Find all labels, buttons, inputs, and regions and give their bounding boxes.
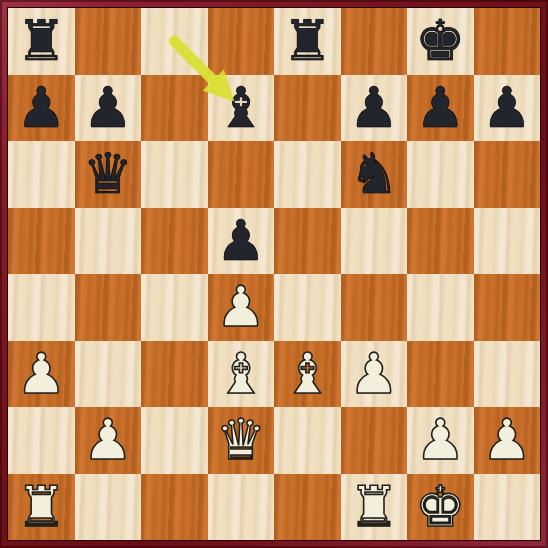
square-f5[interactable] [341, 208, 408, 275]
square-a7[interactable]: ♟ [8, 75, 75, 142]
square-e2[interactable] [274, 407, 341, 474]
chess-board[interactable]: ♜♜♚♟♟♝♟♟♟♛♞♟♟♟♝♝♟♟♛♟♟♜♜♚ [8, 8, 540, 540]
board-frame: ♜♜♚♟♟♝♟♟♟♛♞♟♟♟♝♝♟♟♛♟♟♜♜♚ [0, 0, 548, 548]
black-knight-f6[interactable]: ♞ [341, 141, 408, 208]
white-pawn-g2[interactable]: ♟ [407, 407, 474, 474]
black-rook-e8[interactable]: ♜ [274, 8, 341, 75]
square-h4[interactable] [474, 274, 541, 341]
square-d7[interactable]: ♝ [208, 75, 275, 142]
square-d8[interactable] [208, 8, 275, 75]
square-b7[interactable]: ♟ [75, 75, 142, 142]
white-pawn-d4[interactable]: ♟ [208, 274, 275, 341]
square-e1[interactable] [274, 474, 341, 541]
square-f4[interactable] [341, 274, 408, 341]
square-b3[interactable] [75, 341, 142, 408]
square-a3[interactable]: ♟ [8, 341, 75, 408]
black-pawn-h7[interactable]: ♟ [474, 75, 541, 142]
square-e3[interactable]: ♝ [274, 341, 341, 408]
black-pawn-b7[interactable]: ♟ [75, 75, 142, 142]
square-a4[interactable] [8, 274, 75, 341]
square-d6[interactable] [208, 141, 275, 208]
square-b4[interactable] [75, 274, 142, 341]
square-h7[interactable]: ♟ [474, 75, 541, 142]
square-c5[interactable] [141, 208, 208, 275]
square-b6[interactable]: ♛ [75, 141, 142, 208]
square-c2[interactable] [141, 407, 208, 474]
square-e8[interactable]: ♜ [274, 8, 341, 75]
white-pawn-h2[interactable]: ♟ [474, 407, 541, 474]
square-b2[interactable]: ♟ [75, 407, 142, 474]
square-g1[interactable]: ♚ [407, 474, 474, 541]
square-a8[interactable]: ♜ [8, 8, 75, 75]
white-king-g1[interactable]: ♚ [407, 474, 474, 541]
square-f1[interactable]: ♜ [341, 474, 408, 541]
square-f7[interactable]: ♟ [341, 75, 408, 142]
white-pawn-a3[interactable]: ♟ [8, 341, 75, 408]
square-c3[interactable] [141, 341, 208, 408]
square-g2[interactable]: ♟ [407, 407, 474, 474]
black-pawn-d5[interactable]: ♟ [208, 208, 275, 275]
black-king-g8[interactable]: ♚ [407, 8, 474, 75]
square-g4[interactable] [407, 274, 474, 341]
square-g6[interactable] [407, 141, 474, 208]
square-d3[interactable]: ♝ [208, 341, 275, 408]
square-g3[interactable] [407, 341, 474, 408]
square-d2[interactable]: ♛ [208, 407, 275, 474]
square-h5[interactable] [474, 208, 541, 275]
square-a2[interactable] [8, 407, 75, 474]
white-bishop-d3[interactable]: ♝ [208, 341, 275, 408]
square-b1[interactable] [75, 474, 142, 541]
white-queen-d2[interactable]: ♛ [208, 407, 275, 474]
square-b8[interactable] [75, 8, 142, 75]
square-c7[interactable] [141, 75, 208, 142]
square-h3[interactable] [474, 341, 541, 408]
square-d5[interactable]: ♟ [208, 208, 275, 275]
square-e5[interactable] [274, 208, 341, 275]
square-d1[interactable] [208, 474, 275, 541]
black-pawn-f7[interactable]: ♟ [341, 75, 408, 142]
square-c1[interactable] [141, 474, 208, 541]
black-queen-b6[interactable]: ♛ [75, 141, 142, 208]
white-rook-a1[interactable]: ♜ [8, 474, 75, 541]
square-c4[interactable] [141, 274, 208, 341]
square-c8[interactable] [141, 8, 208, 75]
square-g8[interactable]: ♚ [407, 8, 474, 75]
white-bishop-e3[interactable]: ♝ [274, 341, 341, 408]
square-e4[interactable] [274, 274, 341, 341]
square-e6[interactable] [274, 141, 341, 208]
square-a5[interactable] [8, 208, 75, 275]
black-pawn-a7[interactable]: ♟ [8, 75, 75, 142]
square-a1[interactable]: ♜ [8, 474, 75, 541]
square-c6[interactable] [141, 141, 208, 208]
square-e7[interactable] [274, 75, 341, 142]
square-b5[interactable] [75, 208, 142, 275]
square-h8[interactable] [474, 8, 541, 75]
square-h2[interactable]: ♟ [474, 407, 541, 474]
square-h6[interactable] [474, 141, 541, 208]
square-g5[interactable] [407, 208, 474, 275]
white-rook-f1[interactable]: ♜ [341, 474, 408, 541]
square-f6[interactable]: ♞ [341, 141, 408, 208]
black-pawn-g7[interactable]: ♟ [407, 75, 474, 142]
black-rook-a8[interactable]: ♜ [8, 8, 75, 75]
square-f3[interactable]: ♟ [341, 341, 408, 408]
white-pawn-f3[interactable]: ♟ [341, 341, 408, 408]
square-f2[interactable] [341, 407, 408, 474]
square-a6[interactable] [8, 141, 75, 208]
white-pawn-b2[interactable]: ♟ [75, 407, 142, 474]
square-g7[interactable]: ♟ [407, 75, 474, 142]
square-d4[interactable]: ♟ [208, 274, 275, 341]
square-h1[interactable] [474, 474, 541, 541]
black-bishop-d7[interactable]: ♝ [208, 75, 275, 142]
square-f8[interactable] [341, 8, 408, 75]
